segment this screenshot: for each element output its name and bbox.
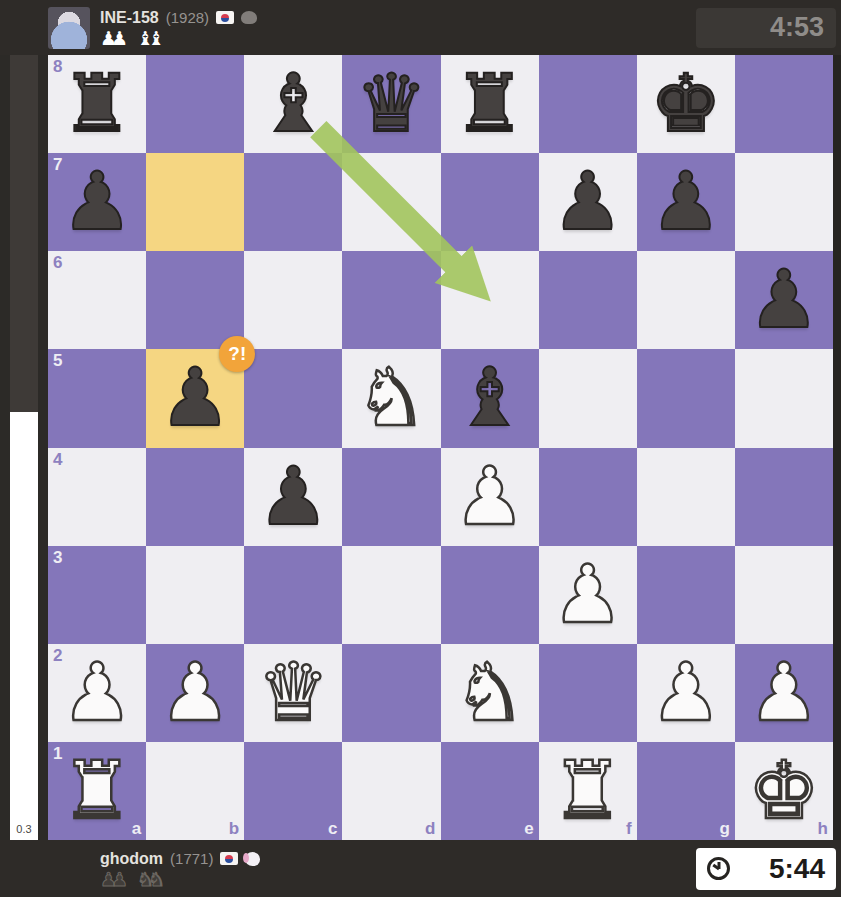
square-h7[interactable] [735,153,833,251]
square-d5[interactable]: ♞ [342,349,440,447]
top-player-avatar[interactable] [48,7,90,49]
square-h2[interactable]: ♟ [735,644,833,742]
black-pawn-a7[interactable]: ♟ [48,153,146,251]
square-d2[interactable] [342,644,440,742]
square-a2[interactable]: 2♟ [48,644,146,742]
square-h6[interactable]: ♟ [735,251,833,349]
board-wrap: 8♜♝♛♜♚7♟♟♟6♟5♟?!♞♝4♟♟3♟2♟♟♛♞♟♟1a♜bcdef♜g… [48,55,833,840]
captured-black-pawns: ♟♟ [100,870,128,888]
square-a3[interactable]: 3 [48,546,146,644]
captured-black-knights: ♞♞ [137,870,165,888]
top-player-clock: 4:53 [696,8,836,48]
bottom-player-rating: (1771) [170,850,213,867]
square-f3[interactable]: ♟ [539,546,637,644]
square-h3[interactable] [735,546,833,644]
bottom-player-captured-pieces: ♟♟ ♞♞ [100,870,686,888]
white-king-h1[interactable]: ♚ [735,742,833,840]
bottom-player-avatar[interactable] [48,848,90,890]
square-c4[interactable]: ♟ [244,448,342,546]
square-b6[interactable] [146,251,244,349]
square-g7[interactable]: ♟ [637,153,735,251]
bottom-player-clock: 5:44 [696,848,836,890]
square-e2[interactable]: ♞ [441,644,539,742]
captured-white-bishops: ♝♝ [137,29,165,47]
square-c3[interactable] [244,546,342,644]
top-player-captured-pieces: ♟♟ ♝♝ [100,29,686,47]
cloud-emoji-icon [241,11,257,24]
square-d1[interactable]: d [342,742,440,840]
unicorn-emoji-icon [245,852,260,866]
square-b4[interactable] [146,448,244,546]
bottom-player-name[interactable]: ghodom [100,850,163,868]
black-rook-a8[interactable]: ♜ [48,55,146,153]
eval-bar-black-section [10,55,38,412]
eval-column: 0.3 [0,55,48,840]
top-player-name[interactable]: INE-158 [100,9,159,27]
chess-board[interactable]: 8♜♝♛♜♚7♟♟♟6♟5♟?!♞♝4♟♟3♟2♟♟♛♞♟♟1a♜bcdef♜g… [48,55,833,840]
square-g3[interactable] [637,546,735,644]
square-g2[interactable]: ♟ [637,644,735,742]
square-c7[interactable] [244,153,342,251]
square-e1[interactable]: e [441,742,539,840]
square-a1[interactable]: 1a♜ [48,742,146,840]
square-f8[interactable] [539,55,637,153]
black-rook-e8[interactable]: ♜ [441,55,539,153]
white-pawn-a2[interactable]: ♟ [48,644,146,742]
square-h8[interactable] [735,55,833,153]
white-pawn-f3[interactable]: ♟ [539,546,637,644]
square-a4[interactable]: 4 [48,448,146,546]
file-label-g: g [719,819,729,839]
square-b8[interactable] [146,55,244,153]
square-d7[interactable] [342,153,440,251]
top-player-info: INE-158 (1928) ♟♟ ♝♝ [100,9,686,47]
black-bishop-c8[interactable]: ♝ [244,55,342,153]
square-b3[interactable] [146,546,244,644]
square-c6[interactable] [244,251,342,349]
square-e5[interactable]: ♝ [441,349,539,447]
square-b7[interactable] [146,153,244,251]
eval-bar: 0.3 [10,55,38,840]
square-g4[interactable] [637,448,735,546]
square-f1[interactable]: f♜ [539,742,637,840]
chess-app: INE-158 (1928) ♟♟ ♝♝ 4:53 0.3 8♜♝♛♜♚7 [0,0,841,897]
square-c8[interactable]: ♝ [244,55,342,153]
square-c5[interactable] [244,349,342,447]
black-queen-d8[interactable]: ♛ [342,55,440,153]
square-g5[interactable] [637,349,735,447]
square-c2[interactable]: ♛ [244,644,342,742]
rank-label-3: 3 [53,548,62,568]
bottom-player-bar: ghodom (1771) ♟♟ ♞♞ 5:44 [0,840,841,897]
rank-label-5: 5 [53,351,62,371]
top-player-bar: INE-158 (1928) ♟♟ ♝♝ 4:53 [0,0,841,55]
square-b5[interactable]: ♟?! [146,349,244,447]
square-h5[interactable] [735,349,833,447]
square-g1[interactable]: g [637,742,735,840]
top-player-rating: (1928) [166,9,209,26]
square-e7[interactable] [441,153,539,251]
square-f2[interactable] [539,644,637,742]
square-d3[interactable] [342,546,440,644]
white-rook-f1[interactable]: ♜ [539,742,637,840]
square-e3[interactable] [441,546,539,644]
square-a5[interactable]: 5 [48,349,146,447]
square-e8[interactable]: ♜ [441,55,539,153]
black-pawn-h6[interactable]: ♟ [735,251,833,349]
file-label-e: e [524,819,533,839]
white-pawn-h2[interactable]: ♟ [735,644,833,742]
square-d8[interactable]: ♛ [342,55,440,153]
eval-bar-white-section: 0.3 [10,412,38,840]
square-e6[interactable] [441,251,539,349]
white-knight-e2[interactable]: ♞ [441,644,539,742]
square-b1[interactable]: b [146,742,244,840]
square-a8[interactable]: 8♜ [48,55,146,153]
black-pawn-f7[interactable]: ♟ [539,153,637,251]
square-b2[interactable]: ♟ [146,644,244,742]
square-g6[interactable] [637,251,735,349]
file-label-c: c [328,819,337,839]
south-korea-flag-icon [220,852,238,865]
file-label-b: b [229,819,239,839]
square-c1[interactable]: c [244,742,342,840]
bottom-clock-time: 5:44 [769,853,825,885]
square-e4[interactable]: ♟ [441,448,539,546]
clock-icon [707,857,730,880]
square-g8[interactable]: ♚ [637,55,735,153]
black-bishop-e5[interactable]: ♝ [441,349,539,447]
white-knight-d5[interactable]: ♞ [342,349,440,447]
rank-label-6: 6 [53,253,62,273]
square-f7[interactable]: ♟ [539,153,637,251]
captured-white-pawns: ♟♟ [100,29,128,47]
top-clock-time: 4:53 [770,12,824,43]
board-area: 0.3 8♜♝♛♜♚7♟♟♟6♟5♟?!♞♝4♟♟3♟2♟♟♛♞♟♟1a♜bcd… [0,55,841,840]
rank-label-4: 4 [53,450,62,470]
square-d4[interactable] [342,448,440,546]
black-pawn-c4[interactable]: ♟ [244,448,342,546]
white-pawn-e4[interactable]: ♟ [441,448,539,546]
square-f6[interactable] [539,251,637,349]
black-pawn-g7[interactable]: ♟ [637,153,735,251]
eval-score: 0.3 [10,823,38,835]
south-korea-flag-icon [216,11,234,24]
square-f4[interactable] [539,448,637,546]
square-h1[interactable]: h♚ [735,742,833,840]
white-pawn-g2[interactable]: ♟ [637,644,735,742]
white-pawn-b2[interactable]: ♟ [146,644,244,742]
file-label-d: d [425,819,435,839]
square-f5[interactable] [539,349,637,447]
square-a6[interactable]: 6 [48,251,146,349]
black-king-g8[interactable]: ♚ [637,55,735,153]
square-a7[interactable]: 7♟ [48,153,146,251]
white-rook-a1[interactable]: ♜ [48,742,146,840]
square-h4[interactable] [735,448,833,546]
square-d6[interactable] [342,251,440,349]
bottom-player-info: ghodom (1771) ♟♟ ♞♞ [100,850,686,888]
white-queen-c2[interactable]: ♛ [244,644,342,742]
